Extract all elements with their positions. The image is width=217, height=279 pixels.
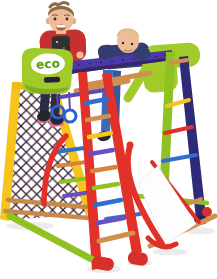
product-photo: eco xyxy=(0,0,217,279)
eco-logo-text: eco xyxy=(36,56,61,71)
boy-left-hand xyxy=(76,51,83,58)
eco-panel: eco xyxy=(22,48,73,94)
photo-scene: eco xyxy=(0,0,217,279)
panel-slot xyxy=(44,77,60,83)
